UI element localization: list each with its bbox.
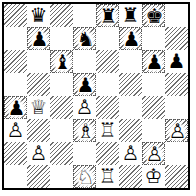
square-d8[interactable]	[73, 4, 96, 27]
white-king: ♔	[142, 165, 165, 188]
square-e7[interactable]	[96, 27, 119, 50]
square-h5[interactable]	[165, 73, 188, 96]
square-a8[interactable]	[4, 4, 27, 27]
white-pawn: ♙	[166, 120, 189, 143]
white-pawn: ♙	[143, 143, 166, 166]
square-g6[interactable]: ♟	[142, 50, 165, 73]
chess-diagram: ♛♜♜♚♟♞♟♝♟♟♟♟♕♙♙♗♖♙♙♙♙♘♖♔	[2, 2, 190, 190]
square-d1[interactable]: ♘	[73, 165, 96, 188]
square-f5[interactable]	[119, 73, 142, 96]
square-f1[interactable]	[119, 165, 142, 188]
black-king: ♚	[143, 5, 166, 28]
black-queen: ♛	[27, 4, 50, 27]
square-b3[interactable]	[27, 119, 50, 142]
square-c8[interactable]	[50, 4, 73, 27]
black-pawn: ♟	[28, 28, 51, 51]
square-a7[interactable]	[4, 27, 27, 50]
black-pawn: ♟	[143, 51, 166, 74]
square-h1[interactable]	[165, 165, 188, 188]
square-g5[interactable]	[142, 73, 165, 96]
square-d2[interactable]	[73, 142, 96, 165]
square-h6[interactable]: ♟	[165, 50, 188, 73]
square-b8[interactable]: ♛	[27, 4, 50, 27]
square-g8[interactable]: ♚	[142, 4, 165, 27]
square-b5[interactable]	[27, 73, 50, 96]
square-g4[interactable]	[142, 96, 165, 119]
square-f2[interactable]: ♙	[119, 142, 142, 165]
square-b4[interactable]: ♕	[27, 96, 50, 119]
white-pawn: ♙	[27, 142, 50, 165]
square-e6[interactable]	[96, 50, 119, 73]
square-c1[interactable]	[50, 165, 73, 188]
square-h8[interactable]	[165, 4, 188, 27]
square-d3[interactable]: ♗	[73, 119, 96, 142]
square-a5[interactable]	[4, 73, 27, 96]
white-queen: ♕	[27, 96, 50, 119]
square-c5[interactable]	[50, 73, 73, 96]
square-f3[interactable]	[119, 119, 142, 142]
black-rook: ♜	[119, 4, 142, 27]
square-h2[interactable]	[165, 142, 188, 165]
white-knight: ♘	[74, 166, 97, 189]
white-pawn: ♙	[119, 142, 142, 165]
square-f4[interactable]	[119, 96, 142, 119]
square-b6[interactable]	[27, 50, 50, 73]
square-c7[interactable]	[50, 27, 73, 50]
square-d5[interactable]: ♟	[73, 73, 96, 96]
square-e3[interactable]: ♖	[96, 119, 119, 142]
white-rook: ♖	[96, 165, 119, 188]
square-e1[interactable]: ♖	[96, 165, 119, 188]
square-h4[interactable]	[165, 96, 188, 119]
square-c6[interactable]: ♝	[50, 50, 73, 73]
square-f8[interactable]: ♜	[119, 4, 142, 27]
square-a3[interactable]: ♙	[4, 119, 27, 142]
white-rook: ♖	[96, 119, 119, 142]
black-pawn: ♟	[5, 97, 28, 120]
square-e5[interactable]	[96, 73, 119, 96]
white-bishop: ♗	[74, 120, 97, 143]
black-rook: ♜	[97, 5, 120, 28]
square-d6[interactable]	[73, 50, 96, 73]
black-bishop: ♝	[51, 51, 74, 74]
square-e8[interactable]: ♜	[96, 4, 119, 27]
square-f6[interactable]	[119, 50, 142, 73]
square-c3[interactable]	[50, 119, 73, 142]
square-a1[interactable]	[4, 165, 27, 188]
square-h3[interactable]: ♙	[165, 119, 188, 142]
square-h7[interactable]	[165, 27, 188, 50]
board-frame: ♛♜♜♚♟♞♟♝♟♟♟♟♕♙♙♗♖♙♙♙♙♘♖♔	[2, 2, 190, 190]
square-a6[interactable]	[4, 50, 27, 73]
square-a4[interactable]: ♟	[4, 96, 27, 119]
square-e2[interactable]	[96, 142, 119, 165]
white-pawn: ♙	[73, 96, 96, 119]
square-a2[interactable]	[4, 142, 27, 165]
square-d7[interactable]: ♞	[73, 27, 96, 50]
chess-board: ♛♜♜♚♟♞♟♝♟♟♟♟♕♙♙♗♖♙♙♙♙♘♖♔	[4, 4, 188, 188]
square-g3[interactable]	[142, 119, 165, 142]
square-e4[interactable]	[96, 96, 119, 119]
square-b7[interactable]: ♟	[27, 27, 50, 50]
square-c2[interactable]	[50, 142, 73, 165]
square-d4[interactable]: ♙	[73, 96, 96, 119]
square-g1[interactable]: ♔	[142, 165, 165, 188]
square-f7[interactable]: ♟	[119, 27, 142, 50]
square-g2[interactable]: ♙	[142, 142, 165, 165]
square-g7[interactable]	[142, 27, 165, 50]
white-pawn: ♙	[4, 119, 27, 142]
square-b1[interactable]	[27, 165, 50, 188]
black-pawn: ♟	[74, 74, 97, 97]
black-knight: ♞	[74, 28, 97, 51]
black-pawn: ♟	[165, 50, 188, 73]
black-pawn: ♟	[120, 28, 143, 51]
square-c4[interactable]	[50, 96, 73, 119]
square-b2[interactable]: ♙	[27, 142, 50, 165]
